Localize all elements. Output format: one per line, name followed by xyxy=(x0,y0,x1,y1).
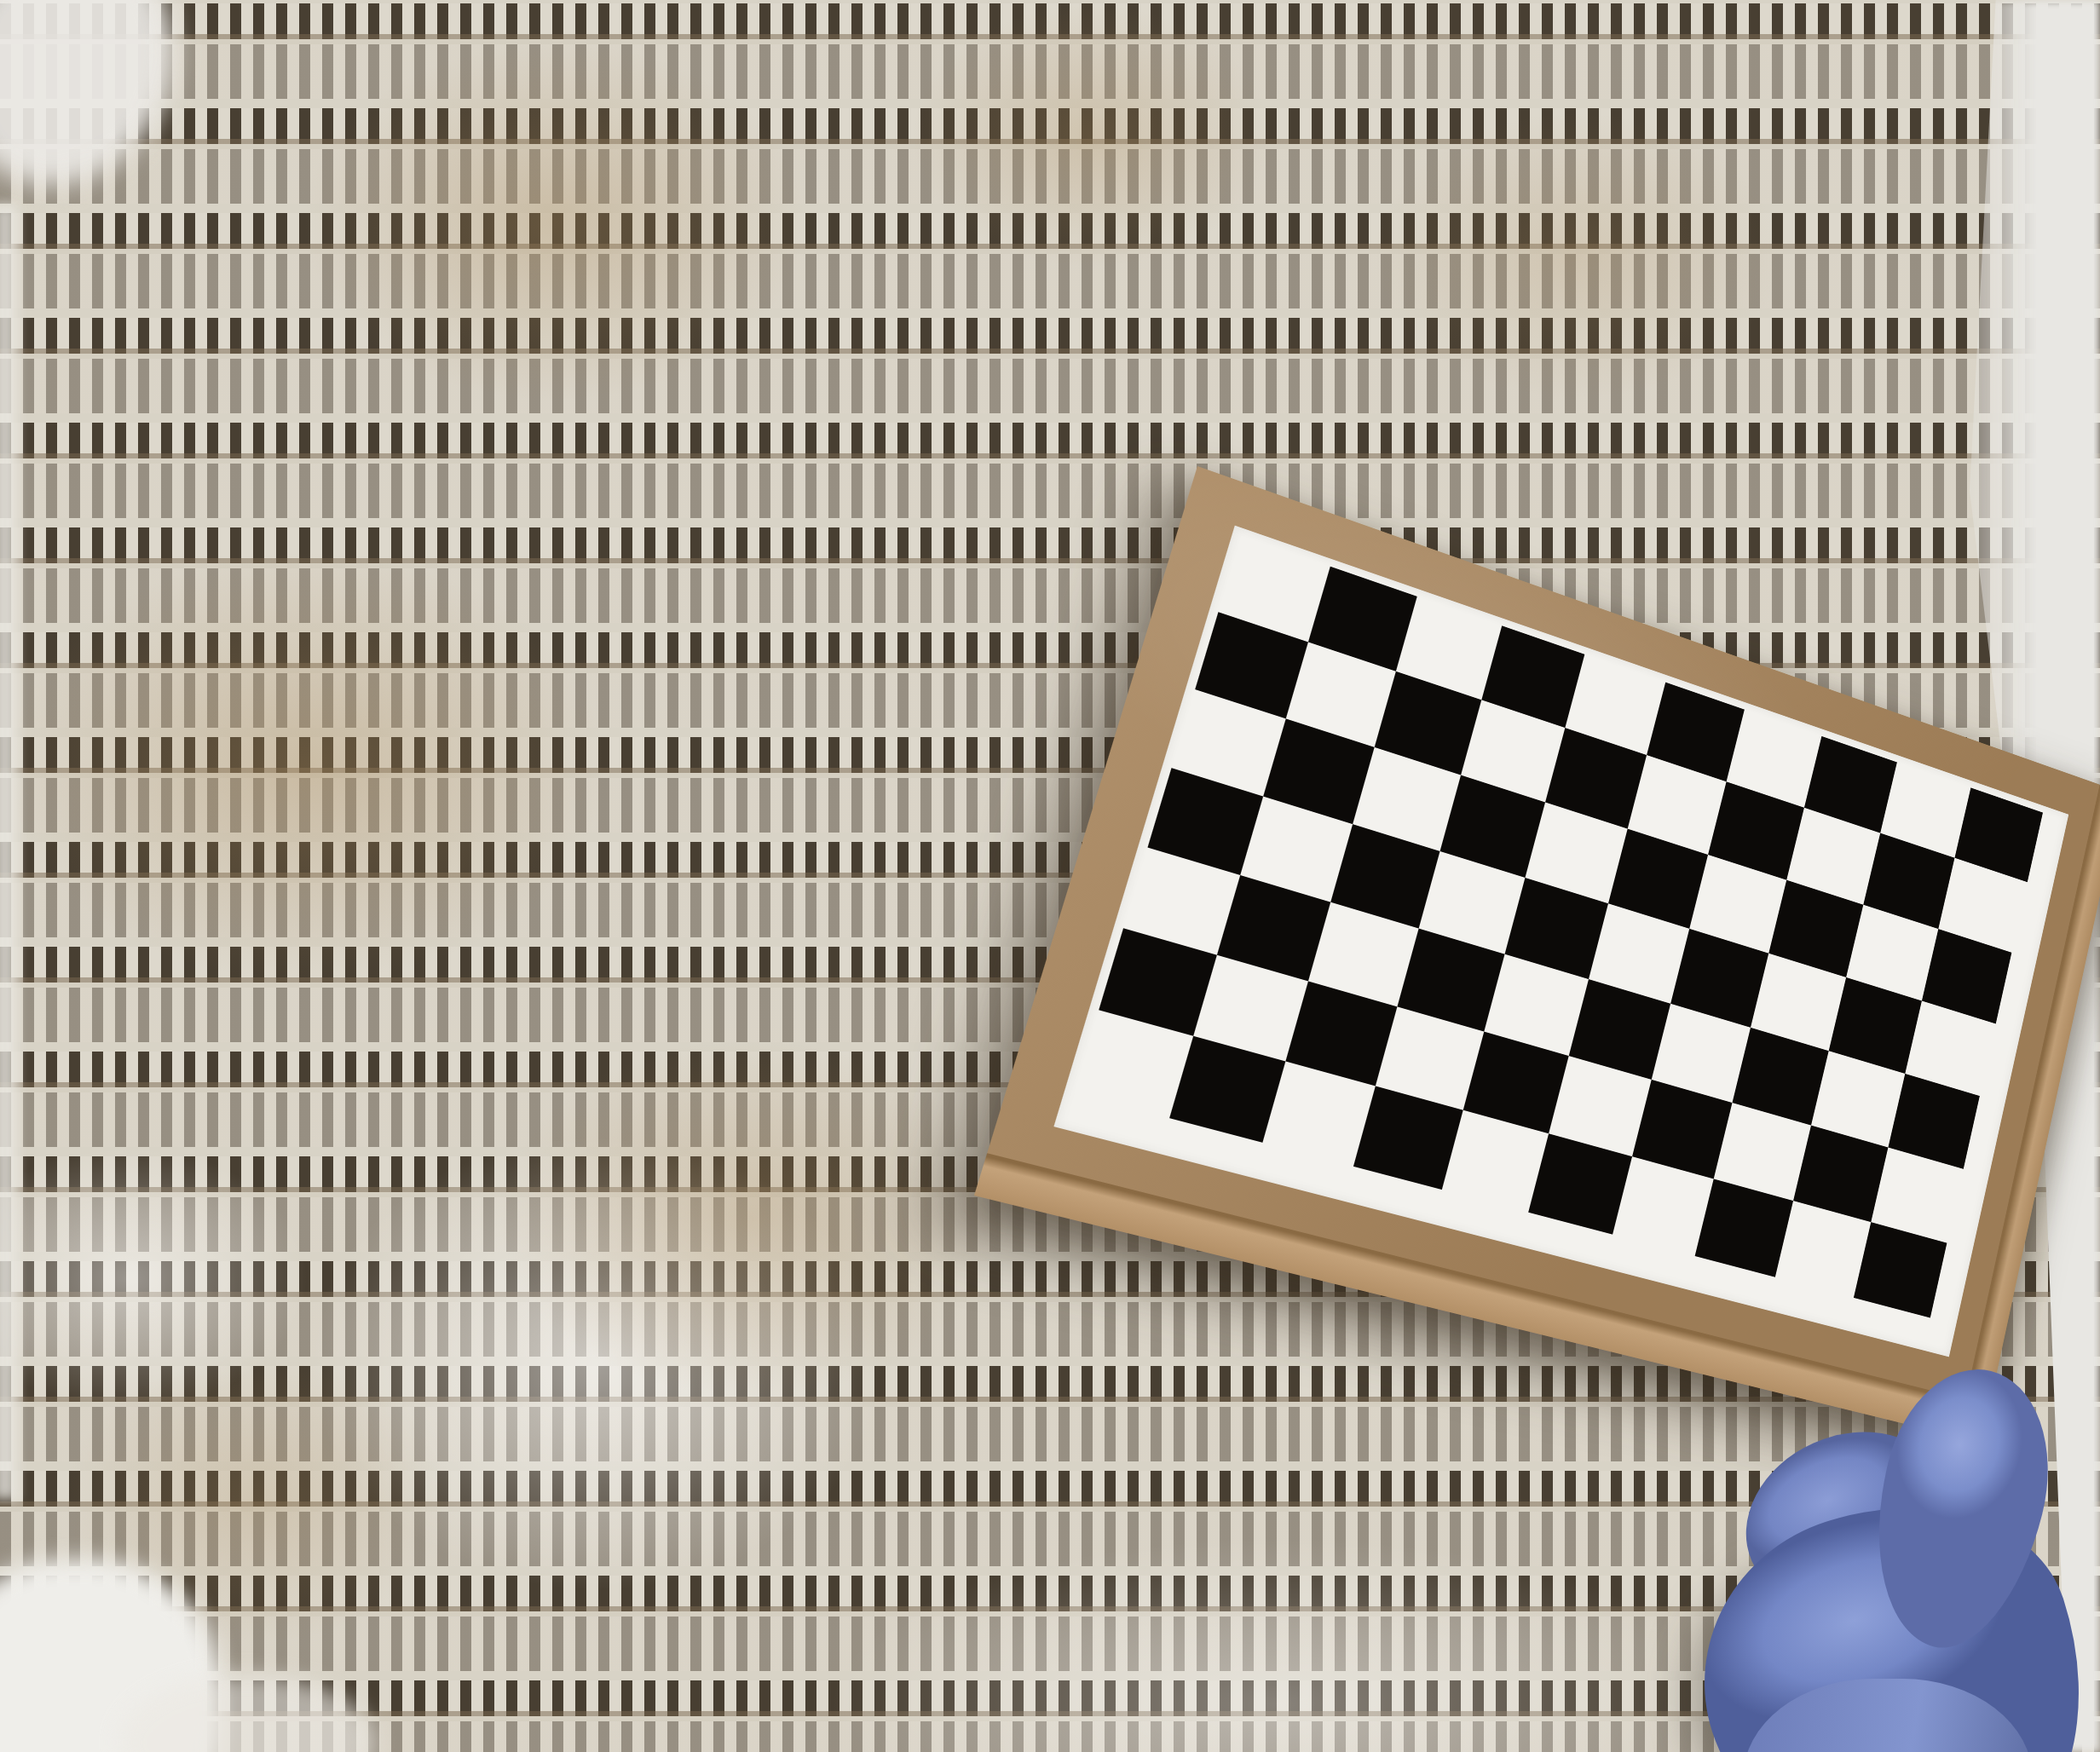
nitrile-glove xyxy=(1696,1253,2100,1752)
belt-edge-left xyxy=(0,205,17,1500)
scene-root xyxy=(0,0,2100,1752)
